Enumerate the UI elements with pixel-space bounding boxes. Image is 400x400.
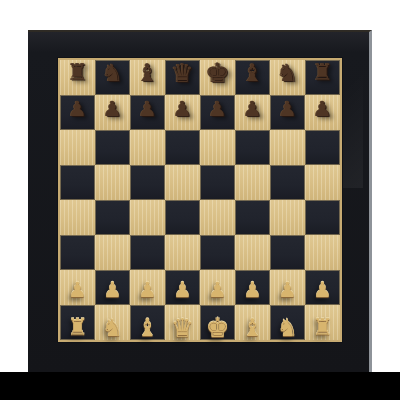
- square-e4[interactable]: [200, 200, 235, 235]
- square-b6[interactable]: [95, 130, 130, 165]
- piece-black-rook[interactable]: ♜: [312, 61, 333, 84]
- square-b3[interactable]: [95, 235, 130, 270]
- piece-black-bishop[interactable]: ♝: [242, 61, 264, 85]
- square-a8[interactable]: ♜: [60, 60, 95, 95]
- square-e2[interactable]: ♟: [200, 270, 235, 305]
- piece-white-queen[interactable]: ♛: [171, 315, 194, 341]
- piece-white-pawn[interactable]: ♟: [68, 280, 87, 301]
- square-a7[interactable]: ♟: [60, 95, 95, 130]
- square-h6[interactable]: [305, 130, 340, 165]
- square-f7[interactable]: ♟: [235, 95, 270, 130]
- piece-white-rook[interactable]: ♜: [312, 316, 333, 339]
- square-h3[interactable]: [305, 235, 340, 270]
- piece-black-pawn[interactable]: ♟: [243, 99, 262, 120]
- square-c4[interactable]: [130, 200, 165, 235]
- piece-black-pawn[interactable]: ♟: [278, 99, 297, 120]
- square-c5[interactable]: [130, 165, 165, 200]
- board-grid: ♜♞♝♛♚♝♞♜♟♟♟♟♟♟♟♟♟♟♟♟♟♟♟♟♜♞♝♛♚♝♞♜: [58, 58, 342, 342]
- square-a6[interactable]: [60, 130, 95, 165]
- square-h4[interactable]: [305, 200, 340, 235]
- square-b5[interactable]: [95, 165, 130, 200]
- piece-white-knight[interactable]: ♞: [277, 316, 299, 340]
- piece-black-pawn[interactable]: ♟: [138, 99, 157, 120]
- square-e8[interactable]: ♚: [200, 60, 235, 95]
- chess-board: ♜♞♝♛♚♝♞♜♟♟♟♟♟♟♟♟♟♟♟♟♟♟♟♟♜♞♝♛♚♝♞♜: [28, 30, 372, 372]
- square-e6[interactable]: [200, 130, 235, 165]
- square-c2[interactable]: ♟: [130, 270, 165, 305]
- square-h7[interactable]: ♟: [305, 95, 340, 130]
- square-f4[interactable]: [235, 200, 270, 235]
- piece-white-pawn[interactable]: ♟: [208, 280, 227, 301]
- square-c8[interactable]: ♝: [130, 60, 165, 95]
- square-f3[interactable]: [235, 235, 270, 270]
- square-g5[interactable]: [270, 165, 305, 200]
- square-g7[interactable]: ♟: [270, 95, 305, 130]
- square-c3[interactable]: [130, 235, 165, 270]
- square-a4[interactable]: [60, 200, 95, 235]
- square-h2[interactable]: ♟: [305, 270, 340, 305]
- square-d2[interactable]: ♟: [165, 270, 200, 305]
- piece-white-bishop[interactable]: ♝: [242, 316, 264, 340]
- square-f1[interactable]: ♝: [235, 305, 270, 340]
- piece-white-pawn[interactable]: ♟: [278, 280, 297, 301]
- square-b1[interactable]: ♞: [95, 305, 130, 340]
- piece-black-king[interactable]: ♚: [205, 59, 229, 86]
- square-g8[interactable]: ♞: [270, 60, 305, 95]
- piece-black-pawn[interactable]: ♟: [173, 99, 192, 120]
- piece-white-knight[interactable]: ♞: [102, 316, 124, 340]
- square-f6[interactable]: [235, 130, 270, 165]
- piece-black-pawn[interactable]: ♟: [68, 99, 87, 120]
- square-a5[interactable]: [60, 165, 95, 200]
- square-a1[interactable]: ♜: [60, 305, 95, 340]
- piece-white-pawn[interactable]: ♟: [243, 280, 262, 301]
- square-b2[interactable]: ♟: [95, 270, 130, 305]
- square-f2[interactable]: ♟: [235, 270, 270, 305]
- square-d8[interactable]: ♛: [165, 60, 200, 95]
- square-d6[interactable]: [165, 130, 200, 165]
- square-h1[interactable]: ♜: [305, 305, 340, 340]
- square-g3[interactable]: [270, 235, 305, 270]
- square-g6[interactable]: [270, 130, 305, 165]
- square-a3[interactable]: [60, 235, 95, 270]
- piece-black-queen[interactable]: ♛: [171, 60, 194, 86]
- piece-black-pawn[interactable]: ♟: [313, 99, 332, 120]
- piece-white-bishop[interactable]: ♝: [137, 316, 159, 340]
- piece-black-knight[interactable]: ♞: [102, 61, 124, 85]
- square-c6[interactable]: [130, 130, 165, 165]
- square-d4[interactable]: [165, 200, 200, 235]
- piece-white-pawn[interactable]: ♟: [173, 280, 192, 301]
- square-d5[interactable]: [165, 165, 200, 200]
- piece-black-rook[interactable]: ♜: [67, 61, 88, 84]
- piece-black-pawn[interactable]: ♟: [103, 99, 122, 120]
- square-g1[interactable]: ♞: [270, 305, 305, 340]
- square-d3[interactable]: [165, 235, 200, 270]
- piece-black-knight[interactable]: ♞: [277, 61, 299, 85]
- photo-bottom-black-band: [0, 372, 400, 400]
- piece-black-pawn[interactable]: ♟: [208, 99, 227, 120]
- square-g2[interactable]: ♟: [270, 270, 305, 305]
- square-a2[interactable]: ♟: [60, 270, 95, 305]
- square-f8[interactable]: ♝: [235, 60, 270, 95]
- square-d1[interactable]: ♛: [165, 305, 200, 340]
- piece-black-bishop[interactable]: ♝: [137, 61, 159, 85]
- square-e5[interactable]: [200, 165, 235, 200]
- square-c1[interactable]: ♝: [130, 305, 165, 340]
- piece-white-pawn[interactable]: ♟: [103, 280, 122, 301]
- square-e1[interactable]: ♚: [200, 305, 235, 340]
- piece-white-pawn[interactable]: ♟: [138, 280, 157, 301]
- square-h8[interactable]: ♜: [305, 60, 340, 95]
- square-d7[interactable]: ♟: [165, 95, 200, 130]
- square-f5[interactable]: [235, 165, 270, 200]
- square-e3[interactable]: [200, 235, 235, 270]
- square-c7[interactable]: ♟: [130, 95, 165, 130]
- piece-white-pawn[interactable]: ♟: [313, 280, 332, 301]
- photo-canvas: ♜♞♝♛♚♝♞♜♟♟♟♟♟♟♟♟♟♟♟♟♟♟♟♟♜♞♝♛♚♝♞♜: [0, 0, 400, 400]
- square-g4[interactable]: [270, 200, 305, 235]
- square-b8[interactable]: ♞: [95, 60, 130, 95]
- square-h5[interactable]: [305, 165, 340, 200]
- square-b4[interactable]: [95, 200, 130, 235]
- piece-white-king[interactable]: ♚: [205, 314, 229, 341]
- square-b7[interactable]: ♟: [95, 95, 130, 130]
- piece-white-rook[interactable]: ♜: [67, 316, 88, 339]
- square-e7[interactable]: ♟: [200, 95, 235, 130]
